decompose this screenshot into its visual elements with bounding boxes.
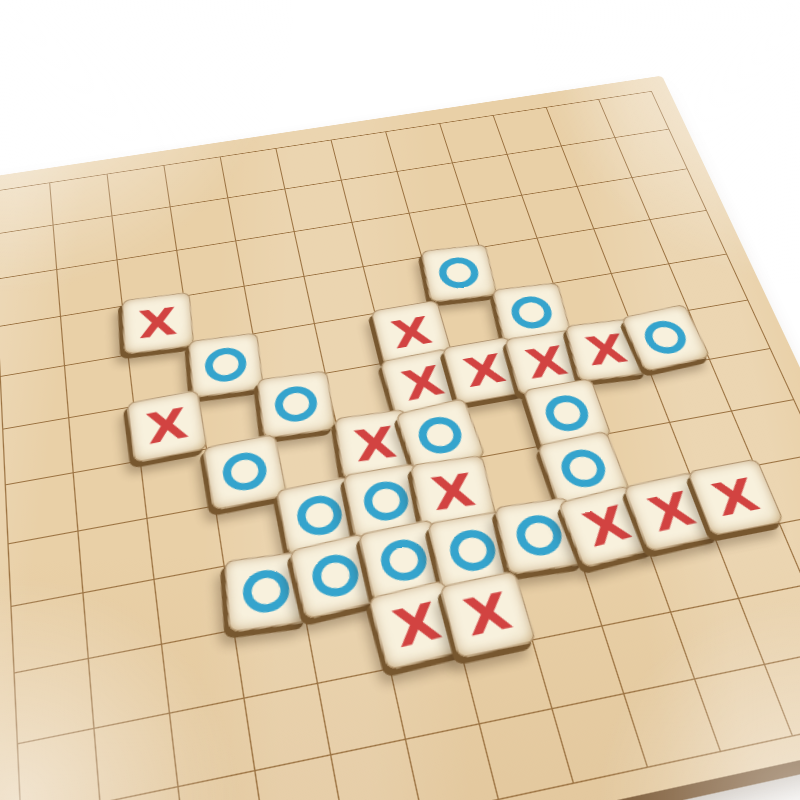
x-glyph: X	[643, 485, 701, 538]
o-glyph	[294, 492, 346, 539]
cell-r10c7[interactable]: X	[446, 576, 533, 655]
o-glyph	[309, 551, 364, 601]
board-grid: XXXXXXXXXXXXXX	[0, 91, 800, 800]
cell-r11c2[interactable]	[95, 714, 179, 800]
tile-o[interactable]	[257, 370, 336, 439]
wooden-board: XXXXXXXXXXXXXX	[0, 76, 800, 800]
x-glyph: X	[582, 328, 631, 371]
o-glyph	[509, 295, 556, 331]
x-glyph: X	[707, 471, 765, 523]
o-glyph	[242, 568, 291, 615]
cell-r6c5[interactable]	[263, 374, 338, 438]
x-glyph: X	[352, 420, 400, 468]
cell-r4c8[interactable]	[422, 248, 495, 304]
tile-o[interactable]	[188, 332, 264, 398]
x-glyph: X	[388, 311, 436, 355]
cell-r7c4[interactable]	[207, 438, 283, 507]
tile-o[interactable]	[421, 244, 498, 303]
o-glyph	[556, 446, 611, 491]
x-glyph: X	[459, 348, 509, 393]
x-glyph: X	[137, 302, 178, 344]
o-glyph	[204, 346, 248, 384]
photo-background: XXXXXXXXXXXXXX	[0, 0, 800, 800]
cell-r4c3[interactable]: X	[123, 296, 191, 355]
x-glyph: X	[428, 467, 479, 517]
x-glyph: X	[578, 499, 637, 554]
x-glyph: X	[522, 340, 572, 384]
o-glyph	[414, 413, 467, 457]
x-glyph: X	[459, 585, 516, 643]
o-glyph	[220, 449, 269, 494]
cell-r5c4[interactable]	[191, 334, 262, 395]
x-glyph: X	[144, 402, 191, 450]
o-glyph	[437, 256, 482, 290]
o-glyph	[513, 513, 566, 558]
o-glyph	[377, 536, 431, 585]
o-glyph	[639, 318, 691, 358]
o-glyph	[273, 384, 319, 424]
o-glyph	[446, 527, 500, 574]
o-glyph	[361, 479, 412, 524]
o-glyph	[541, 393, 593, 435]
x-glyph: X	[388, 595, 446, 655]
board-surface: XXXXXXXXXXXXXX	[0, 76, 800, 800]
tile-x[interactable]: X	[122, 292, 195, 355]
x-glyph: X	[398, 360, 449, 407]
